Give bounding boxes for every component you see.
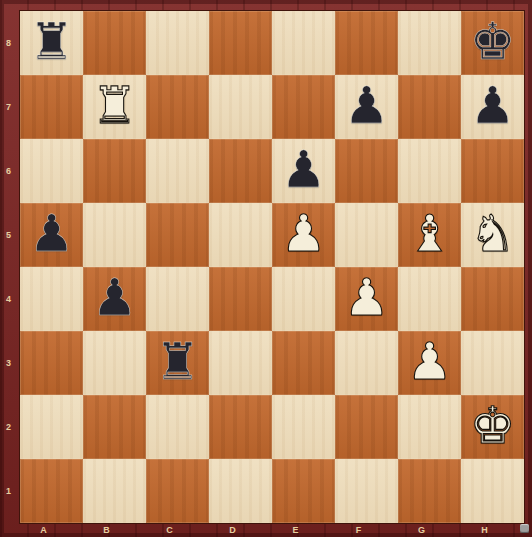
square-d7[interactable] [209, 75, 272, 139]
square-f5[interactable] [335, 203, 398, 267]
square-f3[interactable] [335, 331, 398, 395]
square-c7[interactable] [146, 75, 209, 139]
square-g8[interactable] [398, 11, 461, 75]
square-b3[interactable] [83, 331, 146, 395]
square-a2[interactable] [20, 395, 83, 459]
file-label-c: C [138, 523, 201, 537]
black-pawn[interactable]: ♟ [344, 80, 390, 131]
square-a3[interactable] [20, 331, 83, 395]
square-h6[interactable] [461, 139, 524, 203]
square-b4[interactable]: ♟ [83, 267, 146, 331]
square-b7[interactable]: ♜ [83, 75, 146, 139]
board-grid: ♜♚♜♟♟♟♟♟♝♞♟♟♜♟♚ [20, 11, 524, 523]
square-b6[interactable] [83, 139, 146, 203]
square-h4[interactable] [461, 267, 524, 331]
square-c2[interactable] [146, 395, 209, 459]
rank-label-6: 6 [0, 139, 17, 203]
square-g1[interactable] [398, 459, 461, 523]
square-f2[interactable] [335, 395, 398, 459]
square-a7[interactable] [20, 75, 83, 139]
square-d4[interactable] [209, 267, 272, 331]
square-f8[interactable] [335, 11, 398, 75]
square-d2[interactable] [209, 395, 272, 459]
square-a5[interactable]: ♟ [20, 203, 83, 267]
rank-label-5: 5 [0, 203, 17, 267]
corner-dot [520, 524, 529, 533]
file-label-d: D [201, 523, 264, 537]
white-rook[interactable]: ♜ [92, 80, 138, 131]
file-label-a: A [12, 523, 75, 537]
file-label-h: H [453, 523, 516, 537]
square-h5[interactable]: ♞ [461, 203, 524, 267]
square-h8[interactable]: ♚ [461, 11, 524, 75]
square-b8[interactable] [83, 11, 146, 75]
square-h1[interactable] [461, 459, 524, 523]
square-c1[interactable] [146, 459, 209, 523]
square-g3[interactable]: ♟ [398, 331, 461, 395]
rank-label-4: 4 [0, 267, 17, 331]
square-d6[interactable] [209, 139, 272, 203]
square-f6[interactable] [335, 139, 398, 203]
black-king[interactable]: ♚ [470, 16, 516, 67]
square-a1[interactable] [20, 459, 83, 523]
square-h7[interactable]: ♟ [461, 75, 524, 139]
square-e5[interactable]: ♟ [272, 203, 335, 267]
square-e1[interactable] [272, 459, 335, 523]
square-f7[interactable]: ♟ [335, 75, 398, 139]
square-g7[interactable] [398, 75, 461, 139]
square-b2[interactable] [83, 395, 146, 459]
white-bishop[interactable]: ♝ [407, 208, 453, 259]
black-pawn[interactable]: ♟ [29, 208, 75, 259]
square-g6[interactable] [398, 139, 461, 203]
file-label-b: B [75, 523, 138, 537]
square-e4[interactable] [272, 267, 335, 331]
file-label-f: F [327, 523, 390, 537]
rank-label-1: 1 [0, 459, 17, 523]
file-label-g: G [390, 523, 453, 537]
white-pawn[interactable]: ♟ [407, 336, 453, 387]
rank-label-2: 2 [0, 395, 17, 459]
white-king[interactable]: ♚ [470, 400, 516, 451]
square-e2[interactable] [272, 395, 335, 459]
chess-board-frame: ♜♚♜♟♟♟♟♟♝♞♟♟♜♟♚ 87654321 ABCDEFGH [0, 0, 532, 537]
square-c5[interactable] [146, 203, 209, 267]
square-b1[interactable] [83, 459, 146, 523]
black-pawn[interactable]: ♟ [470, 80, 516, 131]
rank-label-3: 3 [0, 331, 17, 395]
square-f4[interactable]: ♟ [335, 267, 398, 331]
square-a4[interactable] [20, 267, 83, 331]
rank-label-8: 8 [0, 11, 17, 75]
square-b5[interactable] [83, 203, 146, 267]
white-pawn[interactable]: ♟ [281, 208, 327, 259]
square-g5[interactable]: ♝ [398, 203, 461, 267]
black-pawn[interactable]: ♟ [92, 272, 138, 323]
square-c4[interactable] [146, 267, 209, 331]
square-d1[interactable] [209, 459, 272, 523]
square-g2[interactable] [398, 395, 461, 459]
square-c6[interactable] [146, 139, 209, 203]
square-e7[interactable] [272, 75, 335, 139]
square-h3[interactable] [461, 331, 524, 395]
square-d8[interactable] [209, 11, 272, 75]
square-c8[interactable] [146, 11, 209, 75]
rank-label-7: 7 [0, 75, 17, 139]
file-label-e: E [264, 523, 327, 537]
white-knight[interactable]: ♞ [470, 208, 516, 259]
square-e8[interactable] [272, 11, 335, 75]
square-g4[interactable] [398, 267, 461, 331]
square-e6[interactable]: ♟ [272, 139, 335, 203]
black-rook[interactable]: ♜ [29, 16, 75, 67]
square-a8[interactable]: ♜ [20, 11, 83, 75]
black-pawn[interactable]: ♟ [281, 144, 327, 195]
square-d5[interactable] [209, 203, 272, 267]
square-e3[interactable] [272, 331, 335, 395]
square-h2[interactable]: ♚ [461, 395, 524, 459]
square-c3[interactable]: ♜ [146, 331, 209, 395]
square-a6[interactable] [20, 139, 83, 203]
square-f1[interactable] [335, 459, 398, 523]
black-rook[interactable]: ♜ [155, 336, 201, 387]
white-pawn[interactable]: ♟ [344, 272, 390, 323]
square-d3[interactable] [209, 331, 272, 395]
